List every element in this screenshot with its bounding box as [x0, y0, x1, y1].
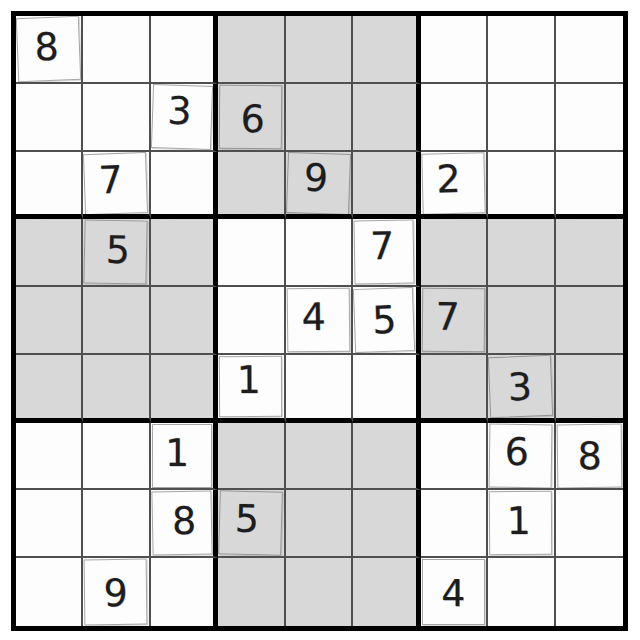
sudoku-cell-r9c2[interactable]: 9 [83, 558, 150, 626]
given-digit-tile: 5 [353, 287, 416, 353]
given-digit: 8 [172, 502, 197, 540]
empty-cell-tile [17, 423, 81, 487]
empty-cell-tile [152, 220, 213, 284]
empty-cell-tile [286, 423, 350, 487]
empty-cell-tile [17, 559, 81, 625]
empty-cell-tile [286, 559, 350, 625]
given-digit: 8 [34, 28, 60, 67]
given-digit: 7 [435, 298, 460, 336]
sudoku-cell-r3c8[interactable] [488, 152, 555, 220]
empty-cell-tile [489, 288, 553, 352]
sudoku-cell-r1c8[interactable] [488, 16, 555, 84]
sudoku-cell-r4c6[interactable]: 7 [353, 219, 420, 287]
empty-cell-tile [151, 288, 212, 353]
sudoku-cell-r6c7[interactable] [421, 355, 488, 423]
sudoku-cell-r9c5[interactable] [286, 558, 353, 626]
empty-cell-tile [84, 423, 148, 488]
sudoku-cell-r7c4[interactable] [218, 423, 285, 491]
given-digit-tile: 3 [488, 355, 554, 418]
sudoku-cell-r8c2[interactable] [83, 490, 150, 558]
sudoku-cell-r6c6[interactable] [353, 355, 420, 423]
sudoku-cell-r7c5[interactable] [286, 423, 353, 491]
sudoku-cell-r1c5[interactable] [286, 16, 353, 84]
empty-cell-tile [17, 152, 81, 213]
given-digit-tile: 3 [151, 84, 214, 150]
sudoku-cell-r2c3[interactable]: 3 [151, 84, 218, 152]
given-digit-tile: 4 [422, 559, 485, 625]
empty-cell-tile [152, 17, 213, 81]
empty-cell-tile [219, 152, 283, 213]
sudoku-cell-r3c6[interactable] [353, 152, 420, 220]
sudoku-cell-r4c8[interactable] [488, 219, 555, 287]
given-digit-tile: 7 [421, 288, 485, 352]
sudoku-cell-r8c4[interactable]: 5 [218, 490, 285, 558]
sudoku-cell-r6c8[interactable]: 3 [488, 355, 555, 423]
sudoku-page: 836792574571316885194 [0, 0, 640, 640]
sudoku-cell-r4c2[interactable]: 5 [83, 219, 150, 287]
given-digit: 1 [507, 502, 531, 540]
sudoku-cell-r4c9[interactable] [556, 219, 623, 287]
sudoku-cell-r6c5[interactable] [286, 355, 353, 423]
empty-cell-tile [489, 559, 553, 626]
empty-cell-tile [354, 17, 415, 81]
empty-cell-tile [219, 423, 283, 488]
given-digit: 3 [167, 91, 192, 130]
empty-cell-tile [354, 152, 415, 213]
given-digit-tile: 9 [84, 559, 148, 626]
sudoku-cell-r8c7[interactable] [421, 490, 488, 558]
sudoku-cell-r2c6[interactable] [353, 84, 420, 152]
given-digit: 9 [303, 158, 328, 197]
empty-cell-tile [421, 356, 485, 417]
empty-cell-tile [17, 356, 81, 417]
sudoku-cell-r5c7[interactable]: 7 [421, 287, 488, 355]
empty-cell-tile [219, 17, 283, 82]
empty-cell-tile [556, 491, 622, 556]
sudoku-cell-r4c1[interactable] [16, 219, 83, 287]
empty-cell-tile [556, 16, 622, 81]
empty-cell-tile [287, 491, 350, 555]
empty-cell-tile [219, 559, 283, 625]
given-digit: 4 [301, 298, 326, 336]
sudoku-cell-r1c9[interactable] [556, 16, 623, 84]
sudoku-cell-r5c5[interactable]: 4 [286, 287, 353, 355]
sudoku-cell-r5c6[interactable]: 5 [353, 287, 420, 355]
sudoku-cell-r1c3[interactable] [151, 16, 218, 84]
empty-cell-tile [421, 17, 485, 81]
empty-cell-tile [17, 288, 81, 353]
sudoku-cell-r3c7[interactable]: 2 [421, 152, 488, 220]
given-digit-tile: 7 [354, 220, 416, 285]
given-digit-tile: 8 [16, 16, 82, 82]
empty-cell-tile [152, 356, 213, 417]
sudoku-cell-r7c6[interactable] [353, 423, 420, 491]
given-digit-tile: 8 [151, 491, 213, 556]
empty-cell-tile [219, 288, 283, 352]
empty-cell-tile [84, 491, 148, 555]
sudoku-cell-r8c6[interactable] [353, 490, 420, 558]
empty-cell-tile [489, 84, 553, 149]
empty-cell-tile [556, 356, 622, 417]
sudoku-cell-r7c2[interactable] [83, 423, 150, 491]
given-digit-tile: 6 [219, 85, 283, 149]
given-digit: 9 [104, 574, 129, 612]
sudoku-cell-r3c1[interactable] [16, 152, 83, 220]
sudoku-cell-r4c3[interactable] [151, 219, 218, 287]
sudoku-cell-r3c3[interactable] [151, 152, 218, 220]
empty-cell-tile [287, 17, 350, 81]
sudoku-cell-r2c1[interactable] [16, 84, 83, 152]
empty-cell-tile [17, 491, 81, 556]
sudoku-cell-r4c5[interactable] [286, 219, 353, 287]
sudoku-cell-r1c4[interactable] [218, 16, 285, 84]
given-digit: 8 [577, 436, 602, 474]
given-digit: 6 [241, 100, 265, 138]
empty-cell-tile [84, 17, 148, 81]
sudoku-cell-r2c9[interactable] [556, 84, 623, 152]
sudoku-cell-r7c1[interactable] [16, 423, 83, 491]
given-digit: 1 [237, 361, 261, 399]
empty-cell-tile [219, 220, 283, 285]
empty-cell-tile [354, 559, 415, 626]
empty-cell-tile [421, 491, 485, 555]
empty-cell-tile [17, 220, 81, 285]
sudoku-cell-r4c7[interactable] [421, 219, 488, 287]
sudoku-cell-r6c4[interactable]: 1 [218, 355, 285, 423]
sudoku-cell-r7c3[interactable]: 1 [151, 423, 218, 491]
sudoku-cell-r9c3[interactable] [151, 558, 218, 626]
given-digit: 5 [106, 231, 131, 269]
sudoku-cell-r3c5[interactable]: 9 [286, 152, 353, 220]
given-digit-tile: 5 [218, 491, 283, 557]
empty-cell-tile [287, 220, 351, 284]
sudoku-cell-r8c1[interactable] [16, 490, 83, 558]
sudoku-cell-r1c1[interactable]: 8 [16, 16, 83, 84]
given-digit: 7 [98, 161, 124, 200]
given-digit-tile: 7 [83, 152, 149, 215]
sudoku-cell-r4c4[interactable] [218, 219, 285, 287]
given-digit-tile: 2 [421, 152, 486, 214]
sudoku-cell-r2c5[interactable] [286, 84, 353, 152]
sudoku-cell-r8c5[interactable] [286, 490, 353, 558]
sudoku-cell-r7c8[interactable]: 6 [488, 423, 555, 491]
given-digit-tile: 8 [556, 423, 622, 488]
empty-cell-tile [421, 423, 485, 488]
empty-cell-tile [354, 356, 415, 417]
given-digit: 2 [436, 160, 461, 199]
given-digit-tile: 6 [489, 423, 553, 488]
empty-cell-tile [17, 85, 81, 149]
given-digit-tile: 5 [84, 220, 149, 285]
sudoku-cell-r9c7[interactable]: 4 [421, 558, 488, 626]
sudoku-cell-r6c3[interactable] [151, 355, 218, 423]
empty-cell-tile [556, 288, 622, 353]
sudoku-cell-r3c4[interactable] [218, 152, 285, 220]
empty-cell-tile [151, 559, 212, 626]
sudoku-cell-r3c2[interactable]: 7 [83, 152, 150, 220]
sudoku-cell-r2c4[interactable]: 6 [218, 84, 285, 152]
sudoku-cell-r5c4[interactable] [218, 287, 285, 355]
sudoku-cell-r9c1[interactable] [16, 558, 83, 626]
given-digit: 1 [165, 434, 189, 472]
empty-cell-tile [557, 153, 622, 214]
sudoku-cell-r5c1[interactable] [16, 287, 83, 355]
sudoku-cell-r2c8[interactable] [488, 84, 555, 152]
given-digit-tile: 1 [219, 356, 283, 417]
given-digit: 3 [507, 368, 533, 407]
sudoku-cell-r2c2[interactable] [83, 84, 150, 152]
sudoku-cell-r5c9[interactable] [556, 287, 623, 355]
given-digit: 6 [505, 432, 530, 470]
sudoku-cell-r8c9[interactable] [556, 490, 623, 558]
sudoku-cell-r7c7[interactable] [421, 423, 488, 491]
sudoku-cell-r6c2[interactable] [83, 355, 150, 423]
sudoku-cell-r9c4[interactable] [218, 558, 285, 626]
empty-cell-tile [84, 288, 148, 352]
empty-cell-tile [422, 85, 485, 149]
sudoku-cell-r2c7[interactable] [421, 84, 488, 152]
given-digit-tile: 4 [286, 288, 350, 352]
sudoku-cell-r5c8[interactable] [488, 287, 555, 355]
given-digit-tile: 1 [489, 491, 553, 555]
empty-cell-tile [489, 17, 553, 81]
empty-cell-tile [152, 152, 213, 213]
empty-cell-tile [84, 85, 148, 149]
empty-cell-tile [489, 152, 553, 214]
empty-cell-tile [286, 84, 350, 148]
sudoku-cell-r1c6[interactable] [353, 16, 420, 84]
empty-cell-tile [354, 84, 415, 149]
sudoku-cell-r6c9[interactable] [556, 355, 623, 423]
empty-cell-tile [84, 356, 148, 417]
sudoku-cell-r5c3[interactable] [151, 287, 218, 355]
given-digit-tile: 1 [152, 424, 213, 488]
empty-cell-tile [556, 559, 622, 625]
sudoku-cell-r3c9[interactable] [556, 152, 623, 220]
sudoku-cell-r1c7[interactable] [421, 16, 488, 84]
sudoku-cell-r8c8[interactable]: 1 [488, 490, 555, 558]
empty-cell-tile [354, 491, 415, 555]
empty-cell-tile [354, 424, 415, 488]
empty-cell-tile [489, 220, 553, 284]
given-digit: 5 [235, 500, 260, 539]
given-digit: 5 [372, 301, 398, 340]
given-digit: 4 [441, 574, 465, 612]
sudoku-cell-r6c1[interactable] [16, 355, 83, 423]
empty-cell-tile [286, 355, 350, 417]
empty-cell-tile [556, 84, 622, 148]
empty-cell-tile [421, 220, 485, 285]
empty-cell-tile [556, 220, 622, 284]
sudoku-cell-r9c6[interactable] [353, 558, 420, 626]
sudoku-cell-r8c3[interactable]: 8 [151, 490, 218, 558]
given-digit-tile: 9 [286, 152, 351, 215]
sudoku-cell-r7c9[interactable]: 8 [556, 423, 623, 491]
sudoku-cell-r9c8[interactable] [488, 558, 555, 626]
given-digit: 7 [370, 227, 395, 265]
sudoku-cell-r5c2[interactable] [83, 287, 150, 355]
sudoku-board: 836792574571316885194 [11, 11, 628, 631]
sudoku-cell-r9c9[interactable] [556, 558, 623, 626]
sudoku-cell-r1c2[interactable] [83, 16, 150, 84]
